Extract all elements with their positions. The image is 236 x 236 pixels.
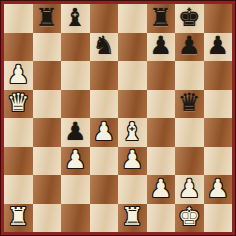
square-a8[interactable] (4, 4, 33, 33)
square-g1[interactable]: ♚ (175, 204, 204, 233)
square-b4[interactable] (33, 118, 62, 147)
square-g6[interactable] (175, 61, 204, 90)
square-a4[interactable] (4, 118, 33, 147)
square-d2[interactable] (90, 175, 119, 204)
square-d6[interactable] (90, 61, 119, 90)
piece-white-pawn[interactable]: ♟ (7, 62, 29, 87)
square-e6[interactable] (118, 61, 147, 90)
piece-black-rook[interactable]: ♜ (36, 5, 58, 30)
square-h3[interactable] (204, 147, 233, 176)
piece-white-rook[interactable]: ♜ (7, 204, 29, 229)
square-g4[interactable] (175, 118, 204, 147)
piece-black-pawn[interactable]: ♟ (64, 119, 86, 144)
square-a6[interactable]: ♟ (4, 61, 33, 90)
square-c4[interactable]: ♟ (61, 118, 90, 147)
piece-black-pawn[interactable]: ♟ (178, 33, 200, 58)
square-e7[interactable] (118, 33, 147, 62)
square-f5[interactable] (147, 90, 176, 119)
square-a1[interactable]: ♜ (4, 204, 33, 233)
piece-black-king[interactable]: ♚ (178, 5, 200, 30)
piece-white-pawn[interactable]: ♟ (207, 176, 229, 201)
board-frame: ♜♝♜♚♞♟♟♟♟♛♛♟♟♝♟♟♟♟♟♜♜♚ (0, 0, 236, 236)
square-b5[interactable] (33, 90, 62, 119)
square-f6[interactable] (147, 61, 176, 90)
square-h5[interactable] (204, 90, 233, 119)
piece-white-queen[interactable]: ♛ (7, 90, 29, 115)
square-f3[interactable] (147, 147, 176, 176)
square-c3[interactable]: ♟ (61, 147, 90, 176)
square-h4[interactable] (204, 118, 233, 147)
square-b6[interactable] (33, 61, 62, 90)
square-h8[interactable] (204, 4, 233, 33)
square-h6[interactable] (204, 61, 233, 90)
square-a2[interactable] (4, 175, 33, 204)
square-h7[interactable]: ♟ (204, 33, 233, 62)
square-f7[interactable]: ♟ (147, 33, 176, 62)
square-c7[interactable] (61, 33, 90, 62)
square-h2[interactable]: ♟ (204, 175, 233, 204)
square-b2[interactable] (33, 175, 62, 204)
piece-white-rook[interactable]: ♜ (121, 204, 143, 229)
piece-black-bishop[interactable]: ♝ (64, 5, 86, 30)
square-e8[interactable] (118, 4, 147, 33)
square-d8[interactable] (90, 4, 119, 33)
piece-white-pawn[interactable]: ♟ (178, 176, 200, 201)
piece-white-pawn[interactable]: ♟ (93, 119, 115, 144)
square-a7[interactable] (4, 33, 33, 62)
square-b1[interactable] (33, 204, 62, 233)
square-f8[interactable]: ♜ (147, 4, 176, 33)
piece-white-pawn[interactable]: ♟ (150, 176, 172, 201)
piece-black-knight[interactable]: ♞ (93, 33, 115, 58)
square-d4[interactable]: ♟ (90, 118, 119, 147)
square-e5[interactable] (118, 90, 147, 119)
square-c5[interactable] (61, 90, 90, 119)
square-c1[interactable] (61, 204, 90, 233)
chess-board: ♜♝♜♚♞♟♟♟♟♛♛♟♟♝♟♟♟♟♟♜♜♚ (4, 4, 232, 232)
piece-black-queen[interactable]: ♛ (178, 90, 200, 115)
piece-black-rook[interactable]: ♜ (150, 5, 172, 30)
piece-white-pawn[interactable]: ♟ (64, 147, 86, 172)
square-a5[interactable]: ♛ (4, 90, 33, 119)
piece-white-king[interactable]: ♚ (178, 204, 200, 229)
square-b8[interactable]: ♜ (33, 4, 62, 33)
piece-white-pawn[interactable]: ♟ (121, 147, 143, 172)
square-a3[interactable] (4, 147, 33, 176)
square-g7[interactable]: ♟ (175, 33, 204, 62)
square-e1[interactable]: ♜ (118, 204, 147, 233)
square-h1[interactable] (204, 204, 233, 233)
square-d5[interactable] (90, 90, 119, 119)
square-f4[interactable] (147, 118, 176, 147)
square-g5[interactable]: ♛ (175, 90, 204, 119)
square-f2[interactable]: ♟ (147, 175, 176, 204)
square-c8[interactable]: ♝ (61, 4, 90, 33)
square-g8[interactable]: ♚ (175, 4, 204, 33)
square-e3[interactable]: ♟ (118, 147, 147, 176)
square-f1[interactable] (147, 204, 176, 233)
square-e2[interactable] (118, 175, 147, 204)
piece-black-pawn[interactable]: ♟ (150, 33, 172, 58)
square-c6[interactable] (61, 61, 90, 90)
square-g2[interactable]: ♟ (175, 175, 204, 204)
square-d1[interactable] (90, 204, 119, 233)
square-e4[interactable]: ♝ (118, 118, 147, 147)
square-d3[interactable] (90, 147, 119, 176)
square-b7[interactable] (33, 33, 62, 62)
piece-white-bishop[interactable]: ♝ (121, 119, 143, 144)
square-g3[interactable] (175, 147, 204, 176)
square-d7[interactable]: ♞ (90, 33, 119, 62)
square-c2[interactable] (61, 175, 90, 204)
piece-black-pawn[interactable]: ♟ (207, 33, 229, 58)
square-b3[interactable] (33, 147, 62, 176)
